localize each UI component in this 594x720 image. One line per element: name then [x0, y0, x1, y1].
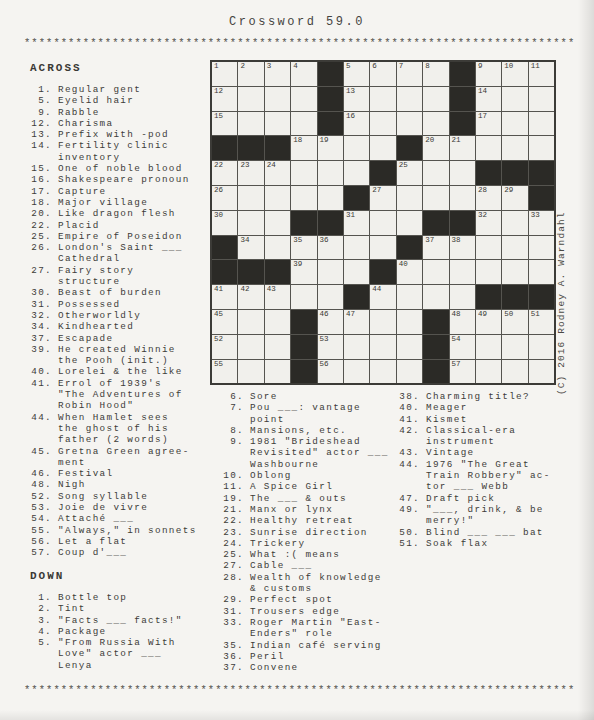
white-cell[interactable] [370, 310, 395, 334]
white-cell[interactable] [265, 186, 290, 210]
clue-text: Gretna Green agree- ment [58, 446, 214, 469]
white-cell[interactable] [502, 335, 527, 359]
white-cell[interactable]: 13 [344, 87, 369, 111]
white-cell[interactable]: 25 [397, 161, 422, 185]
white-cell[interactable]: 24 [265, 161, 290, 185]
white-cell[interactable] [529, 236, 554, 260]
clue-item: 23.Sunrise direction [222, 527, 396, 538]
white-cell[interactable] [238, 211, 263, 235]
clue-number: 5. [30, 637, 52, 648]
white-cell[interactable]: 49 [476, 310, 501, 334]
black-cell [318, 211, 343, 235]
clue-number: 47. [398, 493, 420, 504]
clue-item: 20.Like dragon flesh [30, 208, 214, 219]
white-cell[interactable] [529, 136, 554, 160]
white-cell[interactable] [423, 87, 448, 111]
white-cell[interactable]: 35 [291, 236, 316, 260]
clue-number: 41. [30, 378, 52, 389]
white-cell[interactable]: 34 [238, 236, 263, 260]
clue-number: 32. [30, 310, 52, 321]
clue-text: Prefix with -pod [58, 129, 214, 140]
clue-text: Draft pick [426, 493, 560, 504]
white-cell[interactable] [423, 112, 448, 136]
clue-text: Errol of 1939's "The Adventures of Robin… [58, 378, 214, 412]
clue-number: 8. [222, 425, 244, 436]
clue-text: Kismet [426, 414, 560, 425]
clue-text: Meager [426, 402, 560, 413]
clue-text: Kindhearted [58, 321, 214, 332]
clue-text: "Facts ___ facts!" [58, 615, 214, 626]
clue-text: Major village [58, 197, 214, 208]
clue-text: "Always," in sonnets [58, 525, 214, 536]
white-cell[interactable]: 18 [291, 136, 316, 160]
clue-item: 18.Major village [30, 197, 214, 208]
clue-number: 50. [398, 527, 420, 538]
clue-item: 28.Wealth of knowledge & customs [222, 572, 396, 595]
white-cell[interactable]: 29 [502, 186, 527, 210]
white-cell[interactable] [344, 260, 369, 284]
clue-item: 27.Fairy story structure [30, 265, 214, 288]
clue-item: 51.Soak flax [398, 538, 560, 549]
white-cell[interactable]: 32 [476, 211, 501, 235]
white-cell[interactable] [291, 112, 316, 136]
white-cell[interactable] [291, 87, 316, 111]
white-cell[interactable]: 8 [423, 62, 448, 86]
white-cell[interactable]: 56 [318, 360, 343, 384]
clue-text: Healthy retreat [250, 515, 396, 526]
white-cell[interactable] [529, 112, 554, 136]
white-cell[interactable] [423, 161, 448, 185]
white-cell[interactable]: 21 [450, 136, 475, 160]
cell-number: 43 [267, 285, 276, 293]
white-cell[interactable]: 45 [212, 310, 237, 334]
white-cell[interactable] [397, 112, 422, 136]
black-cell [265, 136, 290, 160]
white-cell[interactable] [265, 335, 290, 359]
clue-text: Classical-era instrument [426, 425, 560, 448]
white-cell[interactable]: 47 [344, 310, 369, 334]
white-cell[interactable] [529, 87, 554, 111]
clue-text: Nigh [58, 479, 214, 490]
clue-item: 15.One of noble blood [30, 163, 214, 174]
clue-item: 48.Nigh [30, 479, 214, 490]
white-cell[interactable]: 36 [318, 236, 343, 260]
clue-item: 31.Possessed [30, 299, 214, 310]
clue-item: 54.Attaché ___ [30, 513, 214, 524]
white-cell[interactable]: 37 [423, 236, 448, 260]
clue-text: "___, drink, & be merry!" [426, 504, 560, 527]
white-cell[interactable] [397, 285, 422, 309]
black-cell [318, 112, 343, 136]
cell-number: 20 [425, 136, 434, 144]
white-cell[interactable]: 23 [238, 161, 263, 185]
clue-item: 1.Regular gent [30, 84, 214, 95]
white-cell[interactable] [318, 186, 343, 210]
white-cell[interactable]: 50 [502, 310, 527, 334]
clue-number: 57. [30, 547, 52, 558]
clue-number: 37. [30, 333, 52, 344]
clue-item: 40.Lorelei & the like [30, 366, 214, 377]
clue-number: 18. [30, 197, 52, 208]
white-cell[interactable]: 14 [476, 87, 501, 111]
clue-number: 51. [398, 538, 420, 549]
white-cell[interactable] [529, 360, 554, 384]
black-cell [502, 161, 527, 185]
white-cell[interactable] [397, 186, 422, 210]
down-section: DOWN 1.Bottle top2.Tint3."Facts ___ fact… [30, 570, 214, 671]
white-cell[interactable] [502, 260, 527, 284]
white-cell[interactable]: 28 [476, 186, 501, 210]
clue-item: 49."___, drink, & be merry!" [398, 504, 560, 527]
clue-text: Attaché ___ [58, 513, 214, 524]
white-cell[interactable] [265, 112, 290, 136]
white-cell[interactable]: 40 [397, 260, 422, 284]
white-cell[interactable]: 12 [212, 87, 237, 111]
white-cell[interactable] [318, 161, 343, 185]
cell-number: 47 [346, 310, 355, 318]
white-cell[interactable]: 17 [476, 112, 501, 136]
clue-number: 7. [222, 402, 244, 413]
white-cell[interactable]: 54 [450, 335, 475, 359]
clue-number: 1. [30, 84, 52, 95]
cell-number: 7 [399, 62, 404, 70]
white-cell[interactable] [238, 112, 263, 136]
clue-item: 9.Rabble [30, 107, 214, 118]
white-cell[interactable]: 6 [370, 62, 395, 86]
clue-number: 55. [30, 525, 52, 536]
clue-number: 1. [30, 592, 52, 603]
clue-number: 9. [222, 436, 244, 447]
clue-number: 26. [30, 242, 52, 253]
white-cell[interactable] [370, 87, 395, 111]
cell-number: 12 [214, 87, 223, 95]
white-cell[interactable]: 30 [212, 211, 237, 235]
white-cell[interactable] [238, 360, 263, 384]
white-cell[interactable] [291, 161, 316, 185]
cell-number: 31 [346, 211, 355, 219]
white-cell[interactable]: 5 [344, 62, 369, 86]
white-cell[interactable] [397, 87, 422, 111]
white-cell[interactable] [265, 236, 290, 260]
clue-number: 44. [30, 412, 52, 423]
white-cell[interactable]: 42 [238, 285, 263, 309]
cell-number: 50 [504, 310, 513, 318]
black-cell [476, 285, 501, 309]
white-cell[interactable]: 39 [291, 260, 316, 284]
white-cell[interactable] [265, 310, 290, 334]
cell-number: 33 [531, 211, 540, 219]
white-cell[interactable]: 4 [291, 62, 316, 86]
clue-item: 57.Coup d'___ [30, 547, 214, 558]
clue-number: 23. [222, 527, 244, 538]
clue-number: 39. [30, 344, 52, 355]
white-cell[interactable]: 51 [529, 310, 554, 334]
clue-text: 1976 "The Great Train Robbery" ac- tor _… [426, 459, 560, 493]
white-cell[interactable] [265, 360, 290, 384]
clue-number: 9. [30, 107, 52, 118]
page-edge-shadow-right [578, 0, 594, 720]
clue-number: 38. [398, 391, 420, 402]
white-cell[interactable] [450, 260, 475, 284]
white-cell[interactable] [344, 360, 369, 384]
white-cell[interactable] [370, 211, 395, 235]
clue-number: 22. [222, 515, 244, 526]
white-cell[interactable] [344, 136, 369, 160]
white-cell[interactable]: 10 [502, 62, 527, 86]
clue-text: Fairy story structure [58, 265, 214, 288]
white-cell[interactable] [291, 186, 316, 210]
white-cell[interactable]: 11 [529, 62, 554, 86]
white-cell[interactable] [476, 360, 501, 384]
black-cell [450, 211, 475, 235]
clue-number: 54. [30, 513, 52, 524]
page-edge-shadow-bottom [0, 710, 594, 720]
white-cell[interactable] [450, 186, 475, 210]
white-cell[interactable] [344, 335, 369, 359]
clue-text: Joie de vivre [58, 502, 214, 513]
white-cell[interactable] [397, 360, 422, 384]
white-cell[interactable]: 1 [212, 62, 237, 86]
white-cell[interactable] [476, 236, 501, 260]
white-cell[interactable]: 53 [318, 335, 343, 359]
clue-text: 1981 "Brideshead Revisited" actor ___ Wa… [250, 436, 396, 470]
clue-text: When Hamlet sees the ghost of his father… [58, 412, 214, 446]
cell-number: 19 [320, 136, 329, 144]
clue-item: 1.Bottle top [30, 592, 214, 603]
white-cell[interactable] [238, 310, 263, 334]
black-cell [423, 310, 448, 334]
cell-number: 56 [320, 360, 329, 368]
clue-item: 45.Gretna Green agree- ment [30, 446, 214, 469]
clue-item: 43.Vintage [398, 447, 560, 458]
down-clues-col3: 38.Charming title?40.Meager41.Kismet42.C… [398, 391, 560, 549]
clue-item: 3."Facts ___ facts!" [30, 615, 214, 626]
clue-item: 39.He created Winnie the Pooh (init.) [30, 344, 214, 367]
white-cell[interactable] [318, 285, 343, 309]
clue-number: 6. [222, 391, 244, 402]
white-cell[interactable] [238, 186, 263, 210]
clue-item: 12.Charisma [30, 118, 214, 129]
cell-number: 39 [293, 260, 302, 268]
white-cell[interactable] [529, 335, 554, 359]
across-header: ACROSS [30, 62, 214, 74]
clue-number: 31. [30, 299, 52, 310]
clue-item: 35.Indian café serving [222, 640, 396, 651]
white-cell[interactable] [370, 335, 395, 359]
cell-number: 23 [240, 161, 249, 169]
white-cell[interactable]: 27 [370, 186, 395, 210]
cell-number: 29 [504, 186, 513, 194]
white-cell[interactable] [450, 161, 475, 185]
cell-number: 22 [214, 161, 223, 169]
clue-item: 50.Blind ___ ___ bat [398, 527, 560, 538]
white-cell[interactable] [476, 136, 501, 160]
white-cell[interactable] [502, 112, 527, 136]
black-cell [212, 260, 237, 284]
clue-text: Regular gent [58, 84, 214, 95]
black-cell [291, 360, 316, 384]
white-cell[interactable]: 44 [370, 285, 395, 309]
clue-item: 8.Mansions, etc. [222, 425, 396, 436]
white-cell[interactable] [370, 236, 395, 260]
clue-item: 44.When Hamlet sees the ghost of his fat… [30, 412, 214, 446]
white-cell[interactable]: 38 [450, 236, 475, 260]
clue-item: 42.Classical-era instrument [398, 425, 560, 448]
cell-number: 49 [478, 310, 487, 318]
clue-text: Sunrise direction [250, 527, 396, 538]
white-cell[interactable] [423, 186, 448, 210]
clue-number: 40. [30, 366, 52, 377]
clue-number: 25. [30, 231, 52, 242]
clue-number: 31. [222, 606, 244, 617]
crossword-grid: 1234567891011121314151617181920212223242… [210, 60, 556, 385]
white-cell[interactable] [502, 360, 527, 384]
cell-number: 38 [452, 236, 461, 244]
clue-text: The ___ & outs [250, 493, 396, 504]
white-cell[interactable] [370, 112, 395, 136]
cell-number: 37 [425, 236, 434, 244]
black-cell [450, 87, 475, 111]
white-cell[interactable]: 33 [529, 211, 554, 235]
clue-text: Tint [58, 603, 214, 614]
cell-number: 5 [346, 62, 351, 70]
clue-item: 37.Escapade [30, 333, 214, 344]
clue-number: 20. [30, 208, 52, 219]
cell-number: 34 [240, 236, 249, 244]
cell-number: 28 [478, 186, 487, 194]
cell-number: 21 [452, 136, 461, 144]
white-cell[interactable]: 52 [212, 335, 237, 359]
white-cell[interactable]: 7 [397, 62, 422, 86]
clue-text: A Spice Girl [250, 481, 396, 492]
clue-item: 56.Let a flat [30, 536, 214, 547]
white-cell[interactable]: 48 [450, 310, 475, 334]
clue-item: 52.Song syllable [30, 491, 214, 502]
cell-number: 32 [478, 211, 487, 219]
white-cell[interactable] [476, 260, 501, 284]
white-cell[interactable]: 3 [265, 62, 290, 86]
white-cell[interactable] [423, 260, 448, 284]
black-cell [238, 136, 263, 160]
white-cell[interactable] [370, 136, 395, 160]
clue-text: Soak flax [426, 538, 560, 549]
white-cell[interactable]: 15 [212, 112, 237, 136]
white-cell[interactable]: 26 [212, 186, 237, 210]
cell-number: 45 [214, 310, 223, 318]
clue-text: Trousers edge [250, 606, 396, 617]
cell-number: 25 [399, 161, 408, 169]
cell-number: 54 [452, 335, 461, 343]
cell-number: 52 [214, 335, 223, 343]
black-cell [291, 310, 316, 334]
clue-item: 22.Healthy retreat [222, 515, 396, 526]
white-cell[interactable] [502, 87, 527, 111]
cell-number: 9 [478, 62, 483, 70]
clue-item: 7.Pou ___: vantage point [222, 402, 396, 425]
white-cell[interactable] [265, 87, 290, 111]
white-cell[interactable] [265, 211, 290, 235]
white-cell[interactable] [423, 285, 448, 309]
clue-text: Placid [58, 220, 214, 231]
white-cell[interactable] [529, 260, 554, 284]
page-title: Crossword 59.0 [0, 15, 594, 29]
clue-number: 52. [30, 491, 52, 502]
white-cell[interactable] [318, 260, 343, 284]
white-cell[interactable] [238, 335, 263, 359]
white-cell[interactable] [476, 335, 501, 359]
white-cell[interactable] [502, 236, 527, 260]
white-cell[interactable] [238, 87, 263, 111]
white-cell[interactable]: 22 [212, 161, 237, 185]
clue-item: 26.London's Saint ___ Cathedral [30, 242, 214, 265]
white-cell[interactable]: 55 [212, 360, 237, 384]
white-cell[interactable] [502, 211, 527, 235]
clue-text: Eyelid hair [58, 95, 214, 106]
white-cell[interactable]: 20 [423, 136, 448, 160]
clue-text: Possessed [58, 299, 214, 310]
clue-number: 30. [30, 287, 52, 298]
clue-text: Perfect spot [250, 594, 396, 605]
clue-item: 6.Sore [222, 391, 396, 402]
clue-text: What :( means [250, 549, 396, 560]
clue-text: One of noble blood [58, 163, 214, 174]
cell-number: 48 [452, 310, 461, 318]
black-cell [344, 186, 369, 210]
white-cell[interactable]: 31 [344, 211, 369, 235]
white-cell[interactable] [450, 285, 475, 309]
white-cell[interactable] [370, 360, 395, 384]
white-cell[interactable] [502, 136, 527, 160]
black-cell [370, 260, 395, 284]
white-cell[interactable]: 43 [265, 285, 290, 309]
white-cell[interactable] [397, 211, 422, 235]
clue-item: 44.1976 "The Great Train Robbery" ac- to… [398, 459, 560, 493]
clue-item: 36.Peril [222, 651, 396, 662]
white-cell[interactable]: 16 [344, 112, 369, 136]
clue-item: 55."Always," in sonnets [30, 525, 214, 536]
black-cell [370, 161, 395, 185]
clue-text: Empire of Poseidon [58, 231, 214, 242]
clue-item: 9.1981 "Brideshead Revisited" actor ___ … [222, 436, 396, 470]
cell-number: 3 [267, 62, 272, 70]
clue-text: Mansions, etc. [250, 425, 396, 436]
cell-number: 6 [372, 62, 377, 70]
clue-number: 11. [222, 481, 244, 492]
white-cell[interactable] [344, 236, 369, 260]
white-cell[interactable]: 41 [212, 285, 237, 309]
clue-text: Charisma [58, 118, 214, 129]
clue-number: 14. [30, 140, 52, 151]
white-cell[interactable] [344, 161, 369, 185]
clue-item: 17.Capture [30, 186, 214, 197]
clue-item: 29.Perfect spot [222, 594, 396, 605]
white-cell[interactable]: 2 [238, 62, 263, 86]
white-cell[interactable] [291, 285, 316, 309]
cell-number: 55 [214, 360, 223, 368]
white-cell[interactable]: 57 [450, 360, 475, 384]
white-cell[interactable]: 9 [476, 62, 501, 86]
white-cell[interactable] [397, 310, 422, 334]
white-cell[interactable]: 19 [318, 136, 343, 160]
clue-item: 22.Placid [30, 220, 214, 231]
white-cell[interactable] [397, 335, 422, 359]
clue-text: Charming title? [426, 391, 560, 402]
white-cell[interactable]: 46 [318, 310, 343, 334]
cell-number: 41 [214, 285, 223, 293]
cell-number: 36 [320, 236, 329, 244]
clue-item: 37.Convene [222, 662, 396, 673]
cell-number: 53 [320, 335, 329, 343]
